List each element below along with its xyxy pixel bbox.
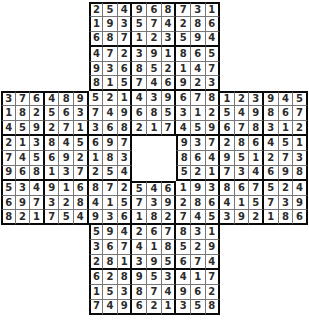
cell-r15c8: 3 (103, 210, 118, 225)
cell-r16c12: 7 (162, 225, 177, 240)
cell-r10c18: 6 (249, 136, 264, 151)
cell-r9c6: 1 (74, 121, 89, 136)
cell-r7c6: 9 (74, 91, 89, 106)
cell-r15c6: 4 (74, 210, 89, 225)
cell-r7c15: 8 (206, 91, 221, 106)
cell-r1c10: 9 (132, 2, 147, 17)
empty-space (235, 17, 250, 32)
empty-space (279, 240, 294, 255)
cell-r21c10: 6 (132, 300, 147, 315)
cell-r9c10: 2 (132, 121, 147, 136)
cell-r1c14: 3 (191, 2, 206, 17)
empty-space (132, 136, 147, 151)
cell-r13c5: 1 (59, 181, 74, 196)
empty-space (162, 136, 177, 151)
cell-r16c13: 8 (176, 225, 191, 240)
cell-r7c7: 5 (89, 91, 104, 106)
cell-r15c3: 1 (30, 210, 45, 225)
empty-space (59, 17, 74, 32)
cell-r5c9: 6 (118, 62, 133, 77)
cell-r11c19: 2 (264, 151, 279, 166)
cell-r4c10: 3 (132, 47, 147, 62)
cell-r13c19: 5 (264, 181, 279, 196)
empty-space (59, 225, 74, 240)
cell-r15c11: 8 (147, 210, 162, 225)
cell-r10c8: 9 (103, 136, 118, 151)
empty-space (293, 270, 308, 285)
cell-r21c11: 2 (147, 300, 162, 315)
empty-space (1, 240, 16, 255)
empty-space (16, 240, 31, 255)
cell-r14c17: 1 (235, 196, 250, 211)
cell-r14c20: 3 (279, 196, 294, 211)
cell-r17c12: 8 (162, 240, 177, 255)
cell-r17c10: 4 (132, 240, 147, 255)
empty-space (293, 2, 308, 17)
empty-space (16, 225, 31, 240)
empty-space (45, 300, 60, 315)
cell-r19c8: 2 (103, 270, 118, 285)
cell-r21c8: 4 (103, 300, 118, 315)
cell-r12c8: 5 (103, 166, 118, 181)
empty-space (293, 300, 308, 315)
cell-r2c10: 5 (132, 17, 147, 32)
empty-space (1, 32, 16, 47)
empty-space (220, 225, 235, 240)
cell-r8c20: 6 (279, 106, 294, 121)
empty-space (16, 270, 31, 285)
empty-space (249, 270, 264, 285)
cell-r10c6: 5 (74, 136, 89, 151)
cell-r14c18: 5 (249, 196, 264, 211)
cell-r9c19: 3 (264, 121, 279, 136)
empty-space (1, 225, 16, 240)
empty-space (1, 47, 16, 62)
cell-r13c1: 5 (1, 181, 16, 196)
cell-r14c13: 2 (176, 196, 191, 211)
cell-r21c7: 7 (89, 300, 104, 315)
empty-space (249, 225, 264, 240)
cell-r8c3: 2 (30, 106, 45, 121)
cell-r14c12: 9 (162, 196, 177, 211)
cell-r8c2: 8 (16, 106, 31, 121)
cell-r8c6: 3 (74, 106, 89, 121)
cell-r15c7: 9 (89, 210, 104, 225)
empty-space (293, 17, 308, 32)
empty-space (220, 300, 235, 315)
cell-r8c18: 9 (249, 106, 264, 121)
empty-space (45, 47, 60, 62)
empty-space (162, 166, 177, 181)
empty-space (293, 255, 308, 270)
empty-space (235, 240, 250, 255)
cell-r18c7: 2 (89, 255, 104, 270)
cell-r12c1: 9 (1, 166, 16, 181)
cell-r9c9: 8 (118, 121, 133, 136)
cell-r13c21: 4 (293, 181, 308, 196)
cell-r13c20: 2 (279, 181, 294, 196)
cell-r10c14: 3 (191, 136, 206, 151)
cell-r3c15: 4 (206, 32, 221, 47)
empty-space (293, 240, 308, 255)
cell-r13c7: 8 (89, 181, 104, 196)
cell-r20c9: 3 (118, 285, 133, 300)
cell-r11c2: 4 (16, 151, 31, 166)
cell-r18c14: 7 (191, 255, 206, 270)
cell-r20c14: 6 (191, 285, 206, 300)
cell-r19c11: 5 (147, 270, 162, 285)
cell-r12c20: 9 (279, 166, 294, 181)
cell-r10c4: 8 (45, 136, 60, 151)
cell-r10c19: 4 (264, 136, 279, 151)
cell-r9c11: 1 (147, 121, 162, 136)
cell-r6c10: 7 (132, 76, 147, 91)
empty-space (59, 32, 74, 47)
cell-r6c15: 3 (206, 76, 221, 91)
cell-r14c10: 7 (132, 196, 147, 211)
empty-space (249, 255, 264, 270)
cell-r14c2: 9 (16, 196, 31, 211)
cell-r12c7: 2 (89, 166, 104, 181)
cell-r17c13: 5 (176, 240, 191, 255)
cell-r8c19: 8 (264, 106, 279, 121)
empty-space (45, 255, 60, 270)
empty-space (1, 255, 16, 270)
cell-r7c17: 2 (235, 91, 250, 106)
cell-r11c9: 3 (118, 151, 133, 166)
cell-r15c16: 3 (220, 210, 235, 225)
empty-space (74, 76, 89, 91)
cell-r13c4: 9 (45, 181, 60, 196)
empty-space (279, 76, 294, 91)
cell-r8c12: 5 (162, 106, 177, 121)
empty-space (235, 2, 250, 17)
cell-r11c20: 7 (279, 151, 294, 166)
cell-r16c7: 5 (89, 225, 104, 240)
empty-space (1, 17, 16, 32)
cell-r14c9: 5 (118, 196, 133, 211)
cell-r18c12: 5 (162, 255, 177, 270)
cell-r15c19: 1 (264, 210, 279, 225)
cell-r7c4: 4 (45, 91, 60, 106)
cell-r4c14: 6 (191, 47, 206, 62)
cell-r15c21: 6 (293, 210, 308, 225)
cell-r17c14: 2 (191, 240, 206, 255)
cell-r9c21: 2 (293, 121, 308, 136)
cell-r11c14: 6 (191, 151, 206, 166)
empty-space (45, 285, 60, 300)
cell-r7c16: 1 (220, 91, 235, 106)
cell-r5c8: 3 (103, 62, 118, 77)
cell-r19c10: 9 (132, 270, 147, 285)
cell-r7c18: 3 (249, 91, 264, 106)
cell-r10c15: 7 (206, 136, 221, 151)
empty-space (293, 76, 308, 91)
empty-space (30, 32, 45, 47)
empty-space (45, 2, 60, 17)
cell-r14c6: 8 (74, 196, 89, 211)
cell-r10c1: 2 (1, 136, 16, 151)
empty-space (1, 62, 16, 77)
cell-r20c15: 2 (206, 285, 221, 300)
cell-r1c12: 8 (162, 2, 177, 17)
empty-space (220, 270, 235, 285)
empty-space (264, 285, 279, 300)
cell-r5c7: 9 (89, 62, 104, 77)
empty-space (235, 225, 250, 240)
cell-r21c14: 5 (191, 300, 206, 315)
empty-space (220, 47, 235, 62)
cell-r15c14: 4 (191, 210, 206, 225)
cell-r9c2: 5 (16, 121, 31, 136)
cell-r13c12: 6 (162, 181, 177, 196)
empty-space (235, 32, 250, 47)
empty-space (132, 151, 147, 166)
empty-space (264, 225, 279, 240)
cell-r10c21: 1 (293, 136, 308, 151)
empty-space (264, 2, 279, 17)
cell-r10c20: 5 (279, 136, 294, 151)
cell-r16c8: 9 (103, 225, 118, 240)
cell-r14c4: 3 (45, 196, 60, 211)
cell-r20c13: 9 (176, 285, 191, 300)
empty-space (279, 270, 294, 285)
empty-space (147, 166, 162, 181)
empty-space (279, 300, 294, 315)
cell-r8c7: 7 (89, 106, 104, 121)
empty-space (249, 76, 264, 91)
cell-r16c10: 2 (132, 225, 147, 240)
cell-r2c12: 4 (162, 17, 177, 32)
empty-space (59, 76, 74, 91)
cell-r7c21: 5 (293, 91, 308, 106)
cell-r13c3: 4 (30, 181, 45, 196)
empty-space (59, 2, 74, 17)
cell-r9c8: 6 (103, 121, 118, 136)
empty-space (249, 62, 264, 77)
empty-space (59, 300, 74, 315)
empty-space (45, 240, 60, 255)
cell-r14c7: 4 (89, 196, 104, 211)
cell-r1c13: 7 (176, 2, 191, 17)
empty-space (132, 166, 147, 181)
cell-r8c5: 6 (59, 106, 74, 121)
cell-r14c19: 7 (264, 196, 279, 211)
cell-r12c19: 6 (264, 166, 279, 181)
empty-space (220, 255, 235, 270)
cell-r11c5: 9 (59, 151, 74, 166)
empty-space (220, 240, 235, 255)
cell-r12c16: 7 (220, 166, 235, 181)
cell-r2c14: 8 (191, 17, 206, 32)
empty-space (147, 151, 162, 166)
empty-space (293, 62, 308, 77)
cell-r7c2: 7 (16, 91, 31, 106)
cell-r12c2: 6 (16, 166, 31, 181)
cell-r20c12: 4 (162, 285, 177, 300)
empty-space (235, 255, 250, 270)
cell-r17c11: 1 (147, 240, 162, 255)
empty-space (45, 17, 60, 32)
cell-r11c4: 6 (45, 151, 60, 166)
empty-space (30, 270, 45, 285)
empty-space (293, 225, 308, 240)
empty-space (30, 62, 45, 77)
empty-space (16, 300, 31, 315)
empty-space (249, 32, 264, 47)
empty-space (16, 255, 31, 270)
cell-r12c18: 4 (249, 166, 264, 181)
cell-r5c12: 2 (162, 62, 177, 77)
cell-r10c7: 6 (89, 136, 104, 151)
cell-r10c16: 2 (220, 136, 235, 151)
empty-space (293, 32, 308, 47)
cell-r15c4: 7 (45, 210, 60, 225)
cell-r9c1: 4 (1, 121, 16, 136)
empty-space (74, 285, 89, 300)
cell-r4c7: 4 (89, 47, 104, 62)
cell-r7c20: 4 (279, 91, 294, 106)
empty-space (279, 255, 294, 270)
cell-r8c10: 6 (132, 106, 147, 121)
empty-space (59, 47, 74, 62)
cell-r10c9: 7 (118, 136, 133, 151)
empty-space (279, 32, 294, 47)
cell-r13c18: 7 (249, 181, 264, 196)
cell-r21c9: 9 (118, 300, 133, 315)
cell-r10c5: 4 (59, 136, 74, 151)
cell-r13c10: 5 (132, 181, 147, 196)
cell-r16c11: 6 (147, 225, 162, 240)
empty-space (59, 285, 74, 300)
cell-r9c3: 9 (30, 121, 45, 136)
cell-r12c3: 8 (30, 166, 45, 181)
cell-r7c14: 7 (191, 91, 206, 106)
cell-r12c9: 4 (118, 166, 133, 181)
cell-r17c9: 7 (118, 240, 133, 255)
cell-r13c11: 4 (147, 181, 162, 196)
cell-r4c11: 9 (147, 47, 162, 62)
cell-r11c6: 2 (74, 151, 89, 166)
empty-space (45, 62, 60, 77)
cell-r14c21: 9 (293, 196, 308, 211)
cell-r4c12: 1 (162, 47, 177, 62)
cell-r14c15: 6 (206, 196, 221, 211)
samurai-sudoku-page: 2549687311935742866871235944723918659368… (0, 0, 309, 320)
cell-r19c15: 7 (206, 270, 221, 285)
empty-space (30, 240, 45, 255)
cell-r16c15: 1 (206, 225, 221, 240)
cell-r6c13: 9 (176, 76, 191, 91)
cell-r3c7: 6 (89, 32, 104, 47)
empty-space (59, 240, 74, 255)
empty-space (220, 2, 235, 17)
cell-r14c11: 3 (147, 196, 162, 211)
cell-r11c15: 4 (206, 151, 221, 166)
empty-space (235, 76, 250, 91)
cell-r7c8: 2 (103, 91, 118, 106)
cell-r14c3: 7 (30, 196, 45, 211)
cell-r1c11: 6 (147, 2, 162, 17)
cell-r13c17: 6 (235, 181, 250, 196)
empty-space (249, 300, 264, 315)
cell-r8c8: 4 (103, 106, 118, 121)
cell-r2c7: 1 (89, 17, 104, 32)
cell-r8c17: 4 (235, 106, 250, 121)
empty-space (264, 17, 279, 32)
cell-r20c8: 5 (103, 285, 118, 300)
cell-r17c8: 6 (103, 240, 118, 255)
cell-r12c21: 8 (293, 166, 308, 181)
empty-space (74, 2, 89, 17)
cell-r10c3: 3 (30, 136, 45, 151)
cell-r16c9: 4 (118, 225, 133, 240)
cell-r8c15: 2 (206, 106, 221, 121)
empty-space (1, 2, 16, 17)
cell-r8c21: 7 (293, 106, 308, 121)
empty-space (74, 32, 89, 47)
cell-r8c11: 8 (147, 106, 162, 121)
cell-r18c10: 3 (132, 255, 147, 270)
cell-r2c15: 6 (206, 17, 221, 32)
empty-space (264, 270, 279, 285)
cell-r13c14: 9 (191, 181, 206, 196)
cell-r5c13: 1 (176, 62, 191, 77)
cell-r19c12: 3 (162, 270, 177, 285)
cell-r15c18: 2 (249, 210, 264, 225)
empty-space (45, 32, 60, 47)
cell-r6c11: 4 (147, 76, 162, 91)
empty-space (16, 62, 31, 77)
empty-space (45, 76, 60, 91)
cell-r12c5: 3 (59, 166, 74, 181)
cell-r13c13: 1 (176, 181, 191, 196)
empty-space (220, 17, 235, 32)
empty-space (30, 47, 45, 62)
cell-r3c9: 7 (118, 32, 133, 47)
empty-space (59, 62, 74, 77)
empty-space (249, 285, 264, 300)
cell-r15c2: 2 (16, 210, 31, 225)
cell-r2c9: 3 (118, 17, 133, 32)
cell-r19c13: 4 (176, 270, 191, 285)
cell-r19c14: 1 (191, 270, 206, 285)
cell-r8c1: 1 (1, 106, 16, 121)
cell-r7c3: 6 (30, 91, 45, 106)
cell-r12c4: 1 (45, 166, 60, 181)
cell-r18c9: 1 (118, 255, 133, 270)
cell-r1c7: 2 (89, 2, 104, 17)
empty-space (16, 76, 31, 91)
cell-r12c15: 1 (206, 166, 221, 181)
cell-r11c3: 5 (30, 151, 45, 166)
cell-r9c18: 8 (249, 121, 264, 136)
empty-space (293, 285, 308, 300)
cell-r10c17: 8 (235, 136, 250, 151)
cell-r6c14: 2 (191, 76, 206, 91)
empty-space (16, 47, 31, 62)
empty-space (45, 225, 60, 240)
empty-space (264, 47, 279, 62)
empty-space (16, 285, 31, 300)
empty-space (264, 62, 279, 77)
cell-r1c9: 4 (118, 2, 133, 17)
cell-r15c17: 9 (235, 210, 250, 225)
cell-r20c7: 1 (89, 285, 104, 300)
empty-space (30, 76, 45, 91)
cell-r8c13: 3 (176, 106, 191, 121)
empty-space (74, 270, 89, 285)
